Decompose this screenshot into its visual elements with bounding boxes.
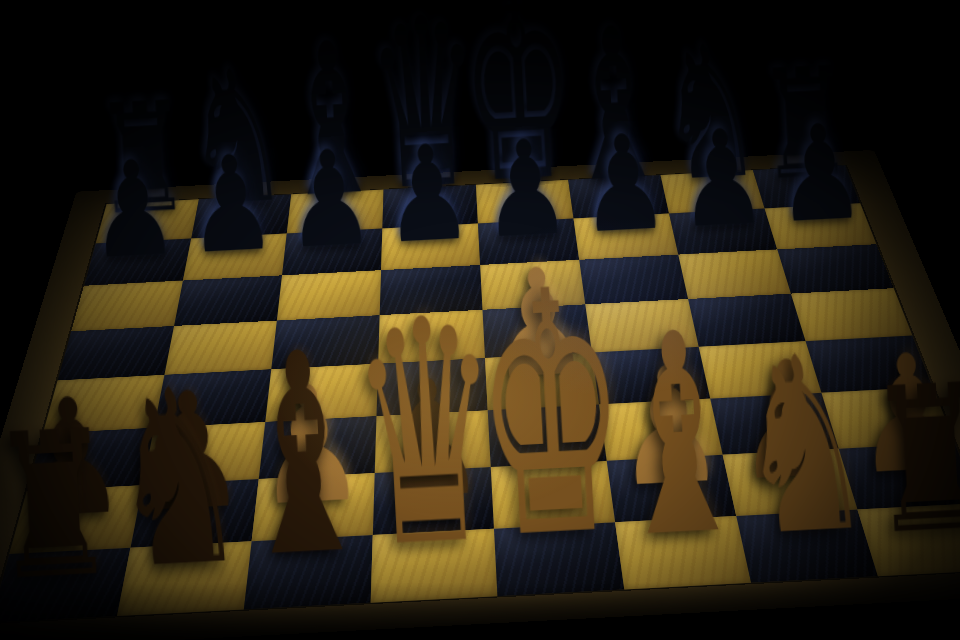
square-d1[interactable]: ♛ bbox=[371, 529, 498, 603]
piece-white-rook[interactable]: ♜ bbox=[862, 363, 960, 559]
piece-black-pawn[interactable]: ♟ bbox=[86, 145, 180, 274]
piece-white-knight[interactable]: ♞ bbox=[731, 328, 876, 565]
piece-black-pawn[interactable]: ♟ bbox=[773, 109, 867, 238]
square-a7[interactable]: ♟ bbox=[84, 238, 191, 285]
scene: ♜♞♝♛♚♝♞♜♟♟♟♟♟♟♟♟♟♟♟♟♟♟♟♟♜♞♝♛♚♝♞♜ bbox=[0, 0, 960, 640]
piece-black-pawn[interactable]: ♟ bbox=[184, 140, 278, 269]
board-grid: ♜♞♝♛♚♝♞♜♟♟♟♟♟♟♟♟♟♟♟♟♟♟♟♟♜♞♝♛♚♝♞♜ bbox=[0, 165, 960, 622]
piece-black-pawn[interactable]: ♟ bbox=[282, 134, 376, 263]
square-f1[interactable]: ♝ bbox=[615, 516, 751, 590]
square-b7[interactable]: ♟ bbox=[183, 233, 287, 280]
square-h6[interactable] bbox=[777, 244, 893, 293]
square-b1[interactable]: ♞ bbox=[117, 541, 252, 616]
square-g7[interactable]: ♟ bbox=[669, 208, 777, 254]
piece-white-rook[interactable]: ♜ bbox=[0, 408, 121, 604]
board-frame: ♜♞♝♛♚♝♞♜♟♟♟♟♟♟♟♟♟♟♟♟♟♟♟♟♜♞♝♛♚♝♞♜ bbox=[0, 150, 960, 640]
piece-black-pawn[interactable]: ♟ bbox=[380, 129, 474, 258]
square-g1[interactable]: ♞ bbox=[736, 510, 878, 583]
square-h7[interactable]: ♟ bbox=[765, 203, 877, 249]
piece-white-bishop[interactable]: ♝ bbox=[603, 303, 752, 572]
piece-white-queen[interactable]: ♛ bbox=[345, 284, 507, 585]
piece-white-knight[interactable]: ♞ bbox=[105, 361, 250, 598]
square-a1[interactable]: ♜ bbox=[0, 548, 130, 623]
square-e1[interactable]: ♚ bbox=[494, 522, 624, 596]
square-a6[interactable] bbox=[71, 281, 183, 332]
piece-black-pawn[interactable]: ♟ bbox=[675, 114, 769, 243]
square-c1[interactable]: ♝ bbox=[244, 535, 373, 609]
